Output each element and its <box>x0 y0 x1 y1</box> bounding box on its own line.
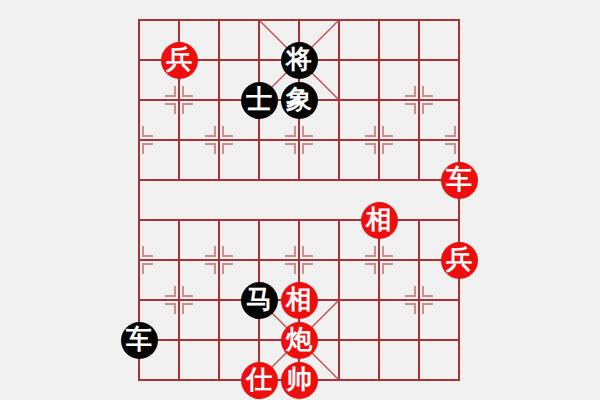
piece-layer: 兵将士象车相兵马相车炮仕帅 <box>119 0 479 400</box>
piece-red-general[interactable]: 帅 <box>281 362 318 399</box>
piece-red-elephant-1[interactable]: 相 <box>361 202 398 239</box>
piece-black-horse[interactable]: 马 <box>241 282 278 319</box>
piece-red-soldier-2[interactable]: 兵 <box>441 242 478 279</box>
piece-red-soldier-1[interactable]: 兵 <box>161 42 198 79</box>
piece-black-advisor[interactable]: 士 <box>241 82 278 119</box>
piece-red-chariot[interactable]: 车 <box>441 162 478 199</box>
piece-red-advisor[interactable]: 仕 <box>241 362 278 399</box>
piece-black-general[interactable]: 将 <box>281 42 318 79</box>
piece-black-chariot[interactable]: 车 <box>121 322 158 359</box>
piece-red-cannon[interactable]: 炮 <box>281 322 318 359</box>
xiangqi-app: 兵将士象车相兵马相车炮仕帅 <box>0 0 600 400</box>
piece-red-elephant-2[interactable]: 相 <box>281 282 318 319</box>
piece-black-elephant[interactable]: 象 <box>281 82 318 119</box>
